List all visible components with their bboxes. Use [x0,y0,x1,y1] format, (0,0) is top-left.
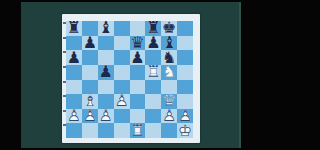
square-f6 [145,50,161,65]
square-c8: ♝ [98,21,114,36]
rank-tick-7 [63,37,66,39]
square-a6: ♟ [66,50,82,65]
square-g8: ♚ [161,21,177,36]
rank-tick-1 [63,124,66,126]
square-b2: ♟♙ [82,109,98,124]
square-h4 [177,80,193,95]
square-c3 [98,94,114,109]
square-e1: ♜♖ [130,123,146,138]
square-f5: ♜♖ [145,65,161,80]
piece-white-pawn-d3-fill: ♟ [114,94,130,109]
square-f4 [145,80,161,95]
piece-white-king-h1-fill: ♚ [177,123,193,138]
square-b1 [82,123,98,138]
chessboard-frame: ♜♝♜♚♟♛♟♝♟♟♞♟♜♖♞♘♝♗♟♙♛♕♟♙♟♙♟♙♟♙♟♙♜♖♚♔ [62,14,200,143]
rank-tick-4 [63,81,66,83]
square-f3 [145,94,161,109]
square-g4 [161,80,177,95]
square-b6 [82,50,98,65]
square-c6 [98,50,114,65]
square-f7: ♟ [145,36,161,51]
piece-black-pawn-a6: ♟ [66,50,82,65]
square-a2: ♟♙ [66,109,82,124]
video-edge-highlight [239,2,241,148]
piece-black-king-g8: ♚ [161,21,177,36]
square-f1 [145,123,161,138]
square-e7: ♛ [130,36,146,51]
square-b8 [82,21,98,36]
square-d6 [114,50,130,65]
piece-white-rook-e1-fill: ♜ [130,123,146,138]
square-g2: ♟♙ [161,109,177,124]
square-f2 [145,109,161,124]
square-c7 [98,36,114,51]
square-g3: ♛♕ [161,94,177,109]
piece-white-pawn-b2-fill: ♟ [82,109,98,124]
square-h6 [177,50,193,65]
piece-white-pawn-d3: ♙ [114,94,130,109]
piece-black-pawn-c5: ♟ [98,65,114,80]
piece-black-rook-a8: ♜ [66,21,82,36]
square-d8 [114,21,130,36]
piece-black-pawn-f7: ♟ [145,36,161,51]
square-c1 [98,123,114,138]
piece-white-rook-f5-fill: ♜ [145,65,161,80]
square-e5 [130,65,146,80]
chessboard: ♜♝♜♚♟♛♟♝♟♟♞♟♜♖♞♘♝♗♟♙♛♕♟♙♟♙♟♙♟♙♟♙♜♖♚♔ [66,21,193,138]
rank-tick-3 [63,95,66,97]
piece-white-queen-g3: ♕ [161,94,177,109]
piece-white-bishop-b3: ♗ [82,94,98,109]
piece-black-pawn-e6: ♟ [130,50,146,65]
square-b3: ♝♗ [82,94,98,109]
square-a5 [66,65,82,80]
square-d3: ♟♙ [114,94,130,109]
rank-tick-2 [63,110,66,112]
piece-white-knight-g5-fill: ♞ [161,65,177,80]
square-c5: ♟ [98,65,114,80]
piece-white-pawn-g2: ♙ [161,109,177,124]
piece-white-pawn-b2: ♙ [82,109,98,124]
square-h5 [177,65,193,80]
square-h7 [177,36,193,51]
square-e3 [130,94,146,109]
square-d1 [114,123,130,138]
square-e4 [130,80,146,95]
square-a8: ♜ [66,21,82,36]
square-h3 [177,94,193,109]
square-c4 [98,80,114,95]
square-h1: ♚♔ [177,123,193,138]
square-g5: ♞♘ [161,65,177,80]
piece-black-bishop-g7: ♝ [161,36,177,51]
square-d7 [114,36,130,51]
piece-black-rook-f8: ♜ [145,21,161,36]
piece-white-king-h1: ♔ [177,123,193,138]
piece-black-pawn-b7: ♟ [82,36,98,51]
square-e8 [130,21,146,36]
square-b4 [82,80,98,95]
square-f8: ♜ [145,21,161,36]
piece-white-queen-g3-fill: ♛ [161,94,177,109]
piece-white-pawn-a2-fill: ♟ [66,109,82,124]
rank-tick-5 [63,66,66,68]
square-d4 [114,80,130,95]
piece-black-queen-e7: ♛ [130,36,146,51]
piece-white-bishop-b3-fill: ♝ [82,94,98,109]
square-b7: ♟ [82,36,98,51]
square-h8 [177,21,193,36]
square-a7 [66,36,82,51]
piece-white-rook-e1: ♖ [130,123,146,138]
piece-white-pawn-h2: ♙ [177,109,193,124]
square-d5 [114,65,130,80]
rank-tick-6 [63,51,66,53]
piece-white-pawn-c2: ♙ [98,109,114,124]
piece-white-knight-g5: ♘ [161,65,177,80]
square-a4 [66,80,82,95]
square-g7: ♝ [161,36,177,51]
rank-tick-8 [63,22,66,24]
square-a1 [66,123,82,138]
piece-white-pawn-g2-fill: ♟ [161,109,177,124]
square-b5 [82,65,98,80]
piece-black-bishop-c8: ♝ [98,21,114,36]
piece-white-pawn-c2-fill: ♟ [98,109,114,124]
piece-black-knight-g6: ♞ [161,50,177,65]
square-a3 [66,94,82,109]
square-h2: ♟♙ [177,109,193,124]
square-e6: ♟ [130,50,146,65]
piece-white-rook-f5: ♖ [145,65,161,80]
square-e2 [130,109,146,124]
square-g6: ♞ [161,50,177,65]
piece-white-pawn-h2-fill: ♟ [177,109,193,124]
piece-white-pawn-a2: ♙ [66,109,82,124]
square-d2 [114,109,130,124]
square-c2: ♟♙ [98,109,114,124]
square-g1 [161,123,177,138]
